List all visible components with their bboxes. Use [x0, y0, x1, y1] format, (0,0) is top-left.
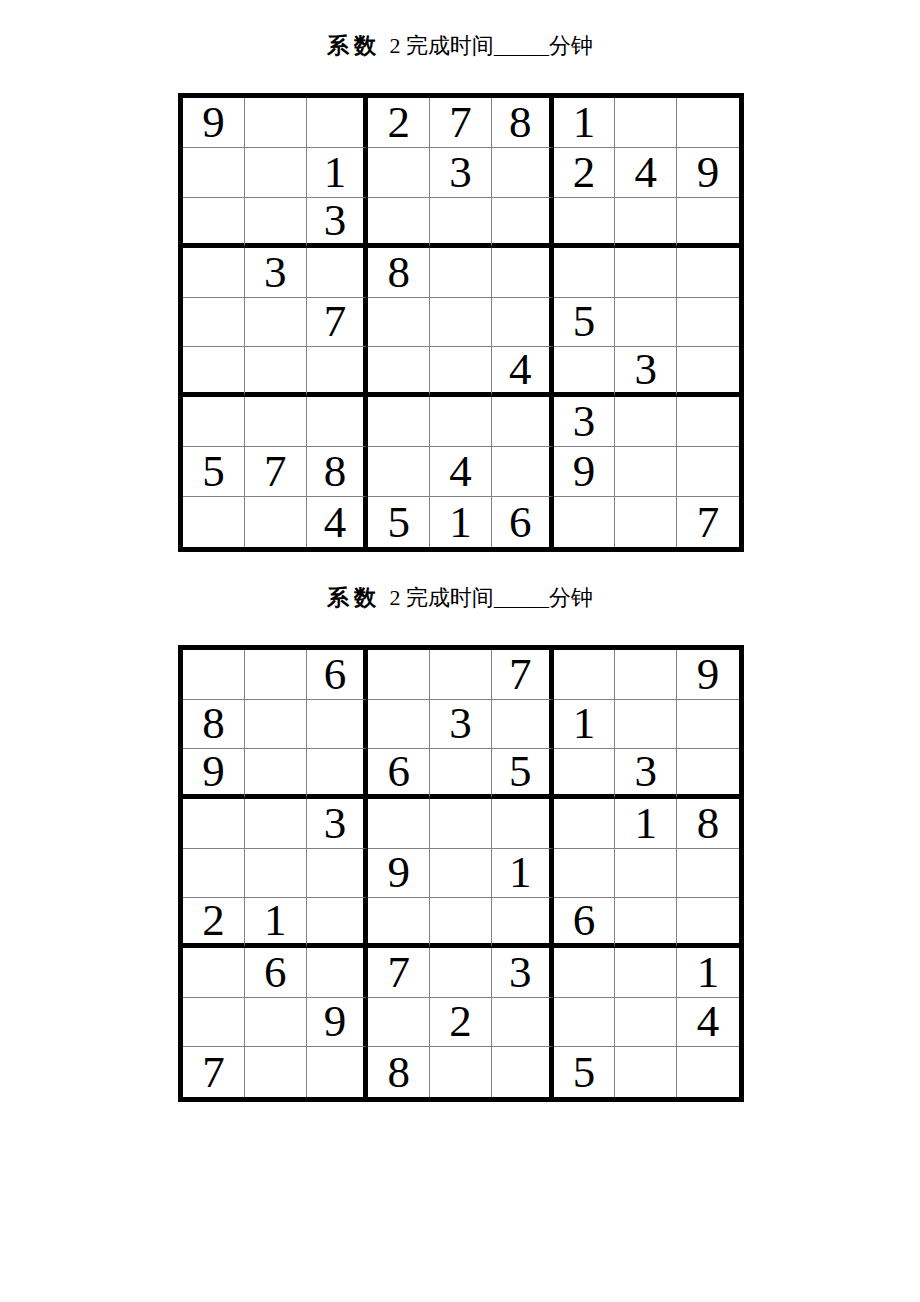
puzzle1-title: 系数 2 完成时间_____分钟 [0, 33, 920, 59]
given-digit: 2 [449, 999, 472, 1044]
given-digit: 3 [573, 399, 596, 444]
sudoku-cell-r8c3: 9 [307, 998, 369, 1048]
sudoku-cell-r1c4: 2 [368, 98, 430, 148]
sudoku-cell-r3c7 [554, 749, 616, 799]
given-digit: 6 [509, 500, 532, 545]
given-digit: 9 [387, 850, 410, 895]
given-digit: 9 [573, 449, 596, 494]
sudoku-cell-r8c7 [554, 998, 616, 1048]
sudoku-cell-r3c7 [554, 198, 616, 248]
sudoku-cell-r8c4 [368, 447, 430, 497]
sudoku-cell-r2c7: 1 [554, 700, 616, 750]
given-digit: 3 [449, 150, 472, 195]
sudoku-cell-r9c5: 1 [430, 497, 492, 547]
given-digit: 7 [324, 299, 347, 344]
sudoku-cell-r4c4: 8 [368, 248, 430, 298]
given-digit: 1 [635, 801, 658, 846]
sudoku-cell-r8c6 [492, 447, 554, 497]
sudoku-cell-r8c8 [615, 447, 677, 497]
sudoku-cell-r1c1: 9 [183, 98, 245, 148]
sudoku-cell-r3c3: 3 [307, 198, 369, 248]
given-digit: 3 [635, 749, 658, 794]
given-digit: 9 [202, 749, 225, 794]
given-digit: 4 [509, 347, 532, 392]
given-digit: 6 [573, 898, 596, 943]
given-digit: 3 [324, 801, 347, 846]
sudoku-cell-r8c3: 8 [307, 447, 369, 497]
sudoku-cell-r9c9: 7 [677, 497, 739, 547]
sudoku-cell-r2c8 [615, 700, 677, 750]
sudoku-cell-r8c9 [677, 447, 739, 497]
sudoku-cell-r2c7: 2 [554, 148, 616, 198]
given-digit: 1 [697, 950, 720, 995]
sudoku-cell-r7c8 [615, 397, 677, 447]
given-digit: 3 [635, 347, 658, 392]
given-digit: 5 [509, 749, 532, 794]
sudoku-grid-2: 6798319653318912166731924785 [178, 645, 744, 1102]
given-digit: 2 [573, 150, 596, 195]
sudoku-cell-r1c8 [615, 650, 677, 700]
sudoku-cell-r5c2 [245, 298, 307, 348]
sudoku-cell-r4c9: 8 [677, 799, 739, 849]
given-digit: 1 [449, 500, 472, 545]
given-digit: 7 [449, 100, 472, 145]
sudoku-cell-r3c6: 5 [492, 749, 554, 799]
sudoku-cell-r6c8: 3 [615, 347, 677, 397]
given-digit: 9 [697, 150, 720, 195]
sudoku-cell-r6c9 [677, 347, 739, 397]
given-digit: 6 [387, 749, 410, 794]
sudoku-cell-r6c5 [430, 347, 492, 397]
sudoku-cell-r1c8 [615, 98, 677, 148]
given-digit: 4 [324, 500, 347, 545]
sudoku-cell-r8c5: 4 [430, 447, 492, 497]
puzzle2-title-coefficient: 系数 [327, 585, 381, 610]
sudoku-cell-r5c6: 1 [492, 849, 554, 899]
sudoku-cell-r3c9 [677, 198, 739, 248]
sudoku-cell-r4c5 [430, 799, 492, 849]
given-digit: 1 [573, 100, 596, 145]
sudoku-cell-r5c7 [554, 849, 616, 899]
sudoku-cell-r5c8 [615, 298, 677, 348]
sudoku-cell-r3c1 [183, 198, 245, 248]
sudoku-cell-r7c5 [430, 948, 492, 998]
given-digit: 2 [387, 100, 410, 145]
sudoku-cell-r5c6 [492, 298, 554, 348]
given-digit: 3 [449, 701, 472, 746]
sudoku-cell-r8c4 [368, 998, 430, 1048]
given-digit: 7 [697, 500, 720, 545]
sudoku-cell-r1c9 [677, 98, 739, 148]
worksheet-page: 系数 2 完成时间_____分钟 92781132493387543357849… [0, 0, 920, 1302]
sudoku-cell-r8c5: 2 [430, 998, 492, 1048]
puzzle1-title-coefficient: 系数 [327, 33, 381, 58]
sudoku-cell-r2c2 [245, 148, 307, 198]
sudoku-cell-r4c7 [554, 248, 616, 298]
sudoku-grid-1: 9278113249338754335784945167 [178, 93, 744, 552]
given-digit: 9 [697, 652, 720, 697]
sudoku-cell-r4c9 [677, 248, 739, 298]
sudoku-cell-r3c8: 3 [615, 749, 677, 799]
sudoku-cell-r1c7: 1 [554, 98, 616, 148]
given-digit: 1 [509, 850, 532, 895]
sudoku-cell-r8c1: 5 [183, 447, 245, 497]
sudoku-cell-r9c1 [183, 497, 245, 547]
sudoku-cell-r3c8 [615, 198, 677, 248]
sudoku-cell-r6c6: 4 [492, 347, 554, 397]
sudoku-cell-r9c2 [245, 497, 307, 547]
sudoku-cell-r1c7 [554, 650, 616, 700]
given-digit: 6 [324, 652, 347, 697]
sudoku-cell-r3c1: 9 [183, 749, 245, 799]
sudoku-cell-r6c7 [554, 347, 616, 397]
sudoku-cell-r6c6 [492, 898, 554, 948]
given-digit: 3 [264, 250, 287, 295]
sudoku-cell-r2c9 [677, 700, 739, 750]
sudoku-cell-r4c2 [245, 799, 307, 849]
sudoku-cell-r6c8 [615, 898, 677, 948]
sudoku-cell-r6c3 [307, 347, 369, 397]
sudoku-cell-r5c1 [183, 298, 245, 348]
sudoku-cell-r9c7 [554, 497, 616, 547]
sudoku-cell-r8c9: 4 [677, 998, 739, 1048]
sudoku-cell-r5c4: 9 [368, 849, 430, 899]
given-digit: 3 [509, 950, 532, 995]
sudoku-cell-r5c8 [615, 849, 677, 899]
sudoku-cell-r7c1 [183, 948, 245, 998]
sudoku-cell-r2c6 [492, 700, 554, 750]
sudoku-cell-r5c1 [183, 849, 245, 899]
sudoku-cell-r8c7: 9 [554, 447, 616, 497]
sudoku-cell-r1c2 [245, 98, 307, 148]
given-digit: 5 [387, 500, 410, 545]
sudoku-cell-r6c1: 2 [183, 898, 245, 948]
sudoku-cell-r2c2 [245, 700, 307, 750]
sudoku-cell-r3c9 [677, 749, 739, 799]
sudoku-cell-r7c9: 1 [677, 948, 739, 998]
sudoku-cell-r9c9 [677, 1047, 739, 1097]
sudoku-cell-r4c2: 3 [245, 248, 307, 298]
given-digit: 5 [202, 449, 225, 494]
sudoku-cell-r2c5: 3 [430, 148, 492, 198]
sudoku-cell-r2c4 [368, 148, 430, 198]
sudoku-cell-r2c4 [368, 700, 430, 750]
puzzle2-title: 系数 2 完成时间_____分钟 [0, 585, 920, 611]
sudoku-cell-r1c6: 8 [492, 98, 554, 148]
given-digit: 6 [264, 950, 287, 995]
sudoku-cell-r5c5 [430, 298, 492, 348]
puzzle1-title-text: 2 完成时间_____分钟 [384, 33, 593, 58]
sudoku-cell-r5c3 [307, 849, 369, 899]
sudoku-cell-r5c9 [677, 849, 739, 899]
sudoku-cell-r3c5 [430, 749, 492, 799]
sudoku-cell-r9c4: 8 [368, 1047, 430, 1097]
sudoku-cell-r6c2: 1 [245, 898, 307, 948]
sudoku-cell-r1c5 [430, 650, 492, 700]
puzzle2-title-text: 2 完成时间_____分钟 [384, 585, 593, 610]
given-digit: 9 [202, 100, 225, 145]
sudoku-cell-r9c1: 7 [183, 1047, 245, 1097]
given-digit: 2 [202, 898, 225, 943]
sudoku-cell-r7c7 [554, 948, 616, 998]
sudoku-cell-r8c8 [615, 998, 677, 1048]
sudoku-cell-r7c3 [307, 948, 369, 998]
sudoku-cell-r7c3 [307, 397, 369, 447]
sudoku-cell-r9c4: 5 [368, 497, 430, 547]
sudoku-cell-r4c5 [430, 248, 492, 298]
sudoku-cell-r2c3 [307, 700, 369, 750]
sudoku-cell-r3c3 [307, 749, 369, 799]
sudoku-cell-r7c5 [430, 397, 492, 447]
sudoku-cell-r9c2 [245, 1047, 307, 1097]
sudoku-cell-r5c7: 5 [554, 298, 616, 348]
given-digit: 1 [324, 150, 347, 195]
sudoku-cell-r9c8 [615, 1047, 677, 1097]
sudoku-cell-r9c7: 5 [554, 1047, 616, 1097]
sudoku-cell-r8c1 [183, 998, 245, 1048]
sudoku-cell-r9c3 [307, 1047, 369, 1097]
sudoku-cell-r2c9: 9 [677, 148, 739, 198]
given-digit: 8 [324, 449, 347, 494]
given-digit: 7 [202, 1050, 225, 1095]
sudoku-cell-r8c2: 7 [245, 447, 307, 497]
sudoku-cell-r9c6 [492, 1047, 554, 1097]
sudoku-cell-r6c1 [183, 347, 245, 397]
sudoku-cell-r9c3: 4 [307, 497, 369, 547]
given-digit: 8 [387, 250, 410, 295]
sudoku-cell-r4c1 [183, 248, 245, 298]
sudoku-cell-r1c3 [307, 98, 369, 148]
sudoku-cell-r7c6 [492, 397, 554, 447]
sudoku-cell-r3c4 [368, 198, 430, 248]
sudoku-cell-r4c1 [183, 799, 245, 849]
sudoku-cell-r7c4 [368, 397, 430, 447]
sudoku-cell-r2c3: 1 [307, 148, 369, 198]
sudoku-cell-r1c1 [183, 650, 245, 700]
sudoku-cell-r2c5: 3 [430, 700, 492, 750]
sudoku-cell-r5c2 [245, 849, 307, 899]
sudoku-cell-r5c5 [430, 849, 492, 899]
given-digit: 4 [635, 150, 658, 195]
sudoku-cell-r3c2 [245, 749, 307, 799]
sudoku-cell-r1c3: 6 [307, 650, 369, 700]
sudoku-cell-r9c6: 6 [492, 497, 554, 547]
given-digit: 7 [387, 950, 410, 995]
given-digit: 1 [573, 701, 596, 746]
sudoku-cell-r4c4 [368, 799, 430, 849]
sudoku-cell-r6c9 [677, 898, 739, 948]
sudoku-cell-r6c7: 6 [554, 898, 616, 948]
given-digit: 5 [573, 299, 596, 344]
sudoku-cell-r2c1 [183, 148, 245, 198]
sudoku-cell-r6c4 [368, 347, 430, 397]
sudoku-cell-r9c5 [430, 1047, 492, 1097]
sudoku-cell-r4c8 [615, 248, 677, 298]
sudoku-cell-r3c6 [492, 198, 554, 248]
sudoku-cell-r4c6 [492, 799, 554, 849]
sudoku-cell-r7c1 [183, 397, 245, 447]
sudoku-cell-r6c2 [245, 347, 307, 397]
sudoku-cell-r1c9: 9 [677, 650, 739, 700]
sudoku-cell-r4c6 [492, 248, 554, 298]
given-digit: 7 [264, 449, 287, 494]
sudoku-cell-r4c7 [554, 799, 616, 849]
sudoku-cell-r4c3 [307, 248, 369, 298]
given-digit: 8 [697, 801, 720, 846]
sudoku-cell-r6c3 [307, 898, 369, 948]
sudoku-cell-r7c9 [677, 397, 739, 447]
sudoku-cell-r8c2 [245, 998, 307, 1048]
given-digit: 7 [509, 652, 532, 697]
sudoku-cell-r6c4 [368, 898, 430, 948]
sudoku-cell-r2c6 [492, 148, 554, 198]
sudoku-cell-r3c5 [430, 198, 492, 248]
given-digit: 8 [202, 701, 225, 746]
sudoku-cell-r2c8: 4 [615, 148, 677, 198]
sudoku-cell-r5c3: 7 [307, 298, 369, 348]
sudoku-cell-r6c5 [430, 898, 492, 948]
sudoku-cell-r1c2 [245, 650, 307, 700]
sudoku-cell-r7c7: 3 [554, 397, 616, 447]
given-digit: 8 [509, 100, 532, 145]
sudoku-cell-r5c4 [368, 298, 430, 348]
sudoku-cell-r3c2 [245, 198, 307, 248]
given-digit: 1 [264, 898, 287, 943]
sudoku-cell-r9c8 [615, 497, 677, 547]
given-digit: 3 [324, 198, 347, 243]
given-digit: 4 [449, 449, 472, 494]
sudoku-cell-r1c5: 7 [430, 98, 492, 148]
given-digit: 9 [324, 999, 347, 1044]
sudoku-cell-r3c4: 6 [368, 749, 430, 799]
sudoku-cell-r7c2 [245, 397, 307, 447]
sudoku-cell-r5c9 [677, 298, 739, 348]
sudoku-cell-r2c1: 8 [183, 700, 245, 750]
sudoku-cell-r4c3: 3 [307, 799, 369, 849]
given-digit: 4 [697, 999, 720, 1044]
sudoku-cell-r1c6: 7 [492, 650, 554, 700]
sudoku-cell-r7c6: 3 [492, 948, 554, 998]
sudoku-cell-r8c6 [492, 998, 554, 1048]
given-digit: 5 [573, 1050, 596, 1095]
sudoku-cell-r1c4 [368, 650, 430, 700]
sudoku-cell-r7c8 [615, 948, 677, 998]
given-digit: 8 [387, 1050, 410, 1095]
sudoku-cell-r4c8: 1 [615, 799, 677, 849]
sudoku-cell-r7c2: 6 [245, 948, 307, 998]
sudoku-cell-r7c4: 7 [368, 948, 430, 998]
